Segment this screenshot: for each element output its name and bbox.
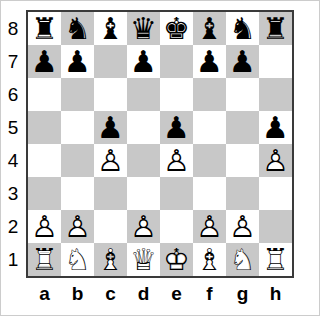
white-piece-fill: ♟ [64, 212, 91, 242]
square-e7[interactable] [160, 45, 193, 78]
square-h2[interactable] [259, 210, 292, 243]
white-piece-outline: ♔ [163, 242, 190, 277]
white-piece-fill: ♟ [196, 212, 223, 242]
square-g8[interactable]: ♞ [226, 12, 259, 45]
white-piece-fill: ♟ [262, 146, 289, 176]
square-d1[interactable]: ♛♕ [127, 243, 160, 276]
white-piece-fill: ♞ [229, 245, 256, 275]
white-piece-outline: ♙ [229, 209, 256, 244]
square-d8[interactable]: ♛ [127, 12, 160, 45]
white-piece-fill: ♜ [31, 245, 58, 275]
black-rook: ♜ [259, 12, 292, 45]
square-b7[interactable]: ♟ [61, 45, 94, 78]
black-knight: ♞ [61, 12, 94, 45]
chess-diagram: 87654321 ♜♞♝♛♚♝♞♜♟♟♟♟♟♟♟♟♟♙♟♙♟♙♟♙♟♙♟♙♟♙♟… [0, 0, 320, 316]
square-c5[interactable]: ♟ [94, 111, 127, 144]
white-piece-fill: ♟ [163, 146, 190, 176]
square-b8[interactable]: ♞ [61, 12, 94, 45]
white-piece-outline: ♘ [64, 242, 91, 277]
square-h1[interactable]: ♜♖ [259, 243, 292, 276]
square-h7[interactable] [259, 45, 292, 78]
square-c4[interactable]: ♟♙ [94, 144, 127, 177]
black-rook: ♜ [28, 12, 61, 45]
white-rook: ♜♖ [259, 243, 292, 276]
white-piece-fill: ♜ [262, 245, 289, 275]
square-b3[interactable] [61, 177, 94, 210]
white-pawn: ♟♙ [61, 210, 94, 243]
square-a5[interactable] [28, 111, 61, 144]
rank-label-3: 3 [0, 177, 26, 210]
black-bishop: ♝ [94, 12, 127, 45]
white-piece-outline: ♙ [163, 143, 190, 178]
square-f4[interactable] [193, 144, 226, 177]
file-label-f: f [193, 280, 226, 305]
white-pawn: ♟♙ [28, 210, 61, 243]
square-f1[interactable]: ♝♗ [193, 243, 226, 276]
white-queen: ♛♕ [127, 243, 160, 276]
rank-label-2: 2 [0, 210, 26, 243]
white-piece-outline: ♙ [262, 143, 289, 178]
white-piece-outline: ♗ [97, 242, 124, 277]
white-piece-outline: ♖ [262, 242, 289, 277]
square-a8[interactable]: ♜ [28, 12, 61, 45]
white-piece-outline: ♘ [229, 242, 256, 277]
square-g1[interactable]: ♞♘ [226, 243, 259, 276]
square-g2[interactable]: ♟♙ [226, 210, 259, 243]
white-piece-fill: ♛ [130, 245, 157, 275]
square-f7[interactable]: ♟ [193, 45, 226, 78]
white-pawn: ♟♙ [226, 210, 259, 243]
rank-label-7: 7 [0, 45, 26, 78]
square-f6[interactable] [193, 78, 226, 111]
white-piece-fill: ♝ [97, 245, 124, 275]
file-labels: abcdefgh [28, 280, 292, 305]
rank-label-5: 5 [0, 111, 26, 144]
square-c8[interactable]: ♝ [94, 12, 127, 45]
square-d6[interactable] [127, 78, 160, 111]
square-d3[interactable] [127, 177, 160, 210]
white-piece-outline: ♙ [130, 209, 157, 244]
white-king: ♚♔ [160, 243, 193, 276]
square-g5[interactable] [226, 111, 259, 144]
black-pawn: ♟ [193, 45, 226, 78]
rank-label-8: 8 [0, 12, 26, 45]
white-piece-fill: ♝ [196, 245, 223, 275]
black-pawn: ♟ [259, 111, 292, 144]
white-rook: ♜♖ [28, 243, 61, 276]
black-bishop: ♝ [193, 12, 226, 45]
square-a7[interactable]: ♟ [28, 45, 61, 78]
square-d5[interactable] [127, 111, 160, 144]
square-f2[interactable]: ♟♙ [193, 210, 226, 243]
square-g7[interactable]: ♟ [226, 45, 259, 78]
black-pawn: ♟ [61, 45, 94, 78]
file-label-g: g [226, 280, 259, 305]
white-piece-outline: ♙ [64, 209, 91, 244]
white-pawn: ♟♙ [160, 144, 193, 177]
black-pawn: ♟ [28, 45, 61, 78]
square-a6[interactable] [28, 78, 61, 111]
black-pawn: ♟ [226, 45, 259, 78]
square-d2[interactable]: ♟♙ [127, 210, 160, 243]
white-pawn: ♟♙ [259, 144, 292, 177]
white-piece-fill: ♟ [31, 212, 58, 242]
white-piece-outline: ♕ [130, 242, 157, 277]
white-piece-outline: ♙ [97, 143, 124, 178]
square-h4[interactable]: ♟♙ [259, 144, 292, 177]
square-h6[interactable] [259, 78, 292, 111]
white-piece-outline: ♗ [196, 242, 223, 277]
white-pawn: ♟♙ [127, 210, 160, 243]
white-bishop: ♝♗ [193, 243, 226, 276]
black-pawn: ♟ [94, 111, 127, 144]
white-piece-outline: ♖ [31, 242, 58, 277]
square-a2[interactable]: ♟♙ [28, 210, 61, 243]
white-knight: ♞♘ [226, 243, 259, 276]
square-a4[interactable] [28, 144, 61, 177]
square-f3[interactable] [193, 177, 226, 210]
square-g6[interactable] [226, 78, 259, 111]
square-e2[interactable] [160, 210, 193, 243]
square-g3[interactable] [226, 177, 259, 210]
rank-label-1: 1 [0, 243, 26, 276]
file-label-e: e [160, 280, 193, 305]
white-knight: ♞♘ [61, 243, 94, 276]
square-a3[interactable] [28, 177, 61, 210]
white-piece-outline: ♙ [31, 209, 58, 244]
square-c2[interactable] [94, 210, 127, 243]
white-pawn: ♟♙ [193, 210, 226, 243]
white-piece-fill: ♞ [64, 245, 91, 275]
black-pawn: ♟ [160, 111, 193, 144]
black-knight: ♞ [226, 12, 259, 45]
white-piece-fill: ♟ [97, 146, 124, 176]
square-c7[interactable] [94, 45, 127, 78]
square-b1[interactable]: ♞♘ [61, 243, 94, 276]
square-h8[interactable]: ♜ [259, 12, 292, 45]
square-c1[interactable]: ♝♗ [94, 243, 127, 276]
file-label-d: d [127, 280, 160, 305]
white-bishop: ♝♗ [94, 243, 127, 276]
black-queen: ♛ [127, 12, 160, 45]
rank-labels: 87654321 [0, 12, 26, 276]
square-h5[interactable]: ♟ [259, 111, 292, 144]
square-c6[interactable] [94, 78, 127, 111]
square-h3[interactable] [259, 177, 292, 210]
chess-board: ♜♞♝♛♚♝♞♜♟♟♟♟♟♟♟♟♟♙♟♙♟♙♟♙♟♙♟♙♟♙♟♙♜♖♞♘♝♗♛♕… [26, 10, 294, 278]
square-e4[interactable]: ♟♙ [160, 144, 193, 177]
white-piece-fill: ♟ [130, 212, 157, 242]
square-e5[interactable]: ♟ [160, 111, 193, 144]
square-f8[interactable]: ♝ [193, 12, 226, 45]
rank-label-4: 4 [0, 144, 26, 177]
square-f5[interactable] [193, 111, 226, 144]
file-label-c: c [94, 280, 127, 305]
black-king: ♚ [160, 12, 193, 45]
square-e8[interactable]: ♚ [160, 12, 193, 45]
white-piece-fill: ♟ [229, 212, 256, 242]
square-e1[interactable]: ♚♔ [160, 243, 193, 276]
square-c3[interactable] [94, 177, 127, 210]
file-label-a: a [28, 280, 61, 305]
square-b2[interactable]: ♟♙ [61, 210, 94, 243]
white-piece-fill: ♚ [163, 245, 190, 275]
white-pawn: ♟♙ [94, 144, 127, 177]
square-b4[interactable] [61, 144, 94, 177]
square-b6[interactable] [61, 78, 94, 111]
file-label-b: b [61, 280, 94, 305]
square-e6[interactable] [160, 78, 193, 111]
square-b5[interactable] [61, 111, 94, 144]
square-g4[interactable] [226, 144, 259, 177]
black-pawn: ♟ [127, 45, 160, 78]
rank-label-6: 6 [0, 78, 26, 111]
square-d7[interactable]: ♟ [127, 45, 160, 78]
square-e3[interactable] [160, 177, 193, 210]
square-a1[interactable]: ♜♖ [28, 243, 61, 276]
square-d4[interactable] [127, 144, 160, 177]
file-label-h: h [259, 280, 292, 305]
white-piece-outline: ♙ [196, 209, 223, 244]
